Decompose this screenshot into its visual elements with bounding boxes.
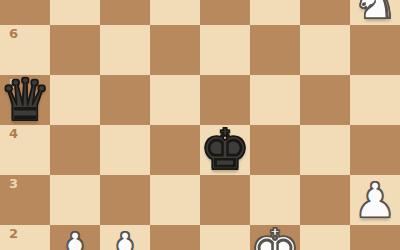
square-c7[interactable] — [100, 0, 150, 25]
square-d4[interactable] — [150, 125, 200, 175]
square-c6[interactable] — [100, 25, 150, 75]
square-d2[interactable] — [150, 225, 200, 250]
square-g5[interactable] — [300, 75, 350, 125]
square-e2[interactable] — [200, 225, 250, 250]
square-a2[interactable]: 2 — [0, 225, 50, 250]
square-a7[interactable] — [0, 0, 50, 25]
piece-black-queen-a5[interactable]: ♛ — [0, 71, 51, 129]
square-d5[interactable] — [150, 75, 200, 125]
rank-label-3: 3 — [9, 177, 18, 190]
square-e3[interactable] — [200, 175, 250, 225]
square-d3[interactable] — [150, 175, 200, 225]
square-h4[interactable] — [350, 125, 400, 175]
chess-board: 65432♞♛♚♟♟♟♚ — [0, 0, 400, 250]
square-b3[interactable] — [50, 175, 100, 225]
square-a3[interactable]: 3 — [0, 175, 50, 225]
square-b5[interactable] — [50, 75, 100, 125]
square-e6[interactable] — [200, 25, 250, 75]
square-b6[interactable] — [50, 25, 100, 75]
piece-white-king-f2[interactable]: ♚ — [250, 222, 300, 250]
square-g7[interactable] — [300, 0, 350, 25]
piece-white-knight-h7[interactable]: ♞ — [352, 0, 399, 26]
square-c3[interactable] — [100, 175, 150, 225]
square-f6[interactable] — [250, 25, 300, 75]
square-f7[interactable] — [250, 0, 300, 25]
square-b7[interactable] — [50, 0, 100, 25]
square-h2[interactable] — [350, 225, 400, 250]
square-f4[interactable] — [250, 125, 300, 175]
square-g3[interactable] — [300, 175, 350, 225]
square-g4[interactable] — [300, 125, 350, 175]
square-c4[interactable] — [100, 125, 150, 175]
rank-label-2: 2 — [9, 227, 18, 240]
piece-white-pawn-b2[interactable]: ♟ — [53, 226, 96, 250]
rank-label-6: 6 — [9, 27, 18, 40]
piece-black-king-e4[interactable]: ♚ — [200, 122, 250, 178]
square-f5[interactable] — [250, 75, 300, 125]
piece-white-pawn-c2[interactable]: ♟ — [103, 226, 146, 250]
chess-board-grid: 65432♞♛♚♟♟♟♚ — [0, 0, 400, 250]
square-g6[interactable] — [300, 25, 350, 75]
square-d7[interactable] — [150, 0, 200, 25]
square-c5[interactable] — [100, 75, 150, 125]
square-d6[interactable] — [150, 25, 200, 75]
piece-white-pawn-h3[interactable]: ♟ — [353, 176, 396, 224]
square-h5[interactable] — [350, 75, 400, 125]
square-e7[interactable] — [200, 0, 250, 25]
square-h6[interactable] — [350, 25, 400, 75]
square-b4[interactable] — [50, 125, 100, 175]
square-g2[interactable] — [300, 225, 350, 250]
